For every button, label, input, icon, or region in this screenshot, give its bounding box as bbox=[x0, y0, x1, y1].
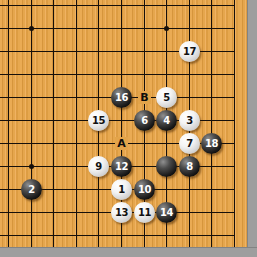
stone-move-5-Q13[interactable]: 5 bbox=[156, 87, 177, 108]
grid-vline bbox=[76, 0, 77, 248]
grid-vline bbox=[234, 0, 235, 248]
point-label-A: A bbox=[115, 137, 128, 150]
board-frame-right bbox=[247, 0, 257, 257]
grid-hline bbox=[0, 5, 235, 6]
stone-move-18-S11[interactable]: 18 bbox=[201, 133, 222, 154]
stone-setup-Q10[interactable] bbox=[156, 156, 177, 177]
grid-hline bbox=[0, 235, 235, 236]
star-point-Q16 bbox=[164, 26, 169, 31]
stone-move-17-R15[interactable]: 17 bbox=[179, 41, 200, 62]
stone-move-6-P12[interactable]: 6 bbox=[134, 110, 155, 131]
grid-vline bbox=[211, 0, 212, 248]
grid-hline bbox=[0, 28, 235, 29]
stone-move-16-O13[interactable]: 16 bbox=[111, 87, 132, 108]
grid-vline bbox=[31, 0, 32, 248]
stone-move-4-Q12[interactable]: 4 bbox=[156, 110, 177, 131]
stone-move-10-P9[interactable]: 10 bbox=[134, 179, 155, 200]
grid-hline bbox=[0, 74, 235, 75]
stone-move-1-O9[interactable]: 1 bbox=[111, 179, 132, 200]
point-label-B: B bbox=[138, 91, 151, 104]
grid-vline bbox=[8, 0, 9, 248]
stone-move-15-N12[interactable]: 15 bbox=[88, 110, 109, 131]
go-board-diagram: 123456789101112131415161718AB bbox=[0, 0, 257, 257]
star-point-K10 bbox=[29, 164, 34, 169]
stone-move-8-R10[interactable]: 8 bbox=[179, 156, 200, 177]
star-point-K16 bbox=[29, 26, 34, 31]
stone-move-13-O8[interactable]: 13 bbox=[111, 202, 132, 223]
stone-move-14-Q8[interactable]: 14 bbox=[156, 202, 177, 223]
grid-vline bbox=[53, 0, 54, 248]
stone-move-3-R12[interactable]: 3 bbox=[179, 110, 200, 131]
stone-move-12-O10[interactable]: 12 bbox=[111, 156, 132, 177]
stone-move-7-R11[interactable]: 7 bbox=[179, 133, 200, 154]
stone-move-9-N10[interactable]: 9 bbox=[88, 156, 109, 177]
stone-move-11-P8[interactable]: 11 bbox=[134, 202, 155, 223]
board-frame-bottom bbox=[0, 247, 257, 257]
stone-move-2-K9[interactable]: 2 bbox=[21, 179, 42, 200]
